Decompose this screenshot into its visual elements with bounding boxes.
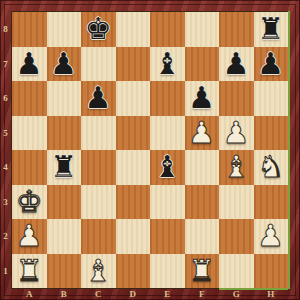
square-h3[interactable] <box>254 185 289 220</box>
square-f2[interactable] <box>185 219 220 254</box>
square-b2[interactable] <box>47 219 82 254</box>
white-pawn-f5[interactable]: ♟ <box>188 118 215 148</box>
square-c4[interactable] <box>81 150 116 185</box>
chess-board: ♚♜♟♟♝♟♟♟♟♟♟♜♝♝♞♚♟♟♜♝♜ <box>11 11 289 289</box>
square-c1[interactable]: ♝ <box>81 254 116 289</box>
square-b6[interactable] <box>47 81 82 116</box>
white-pawn-h2[interactable]: ♟ <box>257 221 284 251</box>
rank-label-5: 5 <box>0 116 11 151</box>
rank-label-7: 7 <box>0 47 11 82</box>
square-d3[interactable] <box>116 185 151 220</box>
square-e6[interactable] <box>150 81 185 116</box>
square-d8[interactable] <box>116 12 151 47</box>
square-d4[interactable] <box>116 150 151 185</box>
square-e7[interactable]: ♝ <box>150 47 185 82</box>
square-h5[interactable] <box>254 116 289 151</box>
white-king-a3[interactable]: ♚ <box>16 187 43 217</box>
file-label-e: E <box>150 289 185 300</box>
chess-board-frame: ♚♜♟♟♝♟♟♟♟♟♟♜♝♝♞♚♟♟♜♝♜ 87654321 ABCDEFGH <box>0 0 300 300</box>
black-rook-h8[interactable]: ♜ <box>257 14 284 44</box>
rank-label-6: 6 <box>0 81 11 116</box>
square-c3[interactable] <box>81 185 116 220</box>
file-label-h: H <box>254 289 289 300</box>
square-f5[interactable]: ♟ <box>185 116 220 151</box>
square-d7[interactable] <box>116 47 151 82</box>
white-knight-h4[interactable]: ♞ <box>257 152 284 182</box>
square-e8[interactable] <box>150 12 185 47</box>
square-e2[interactable] <box>150 219 185 254</box>
square-f1[interactable]: ♜ <box>185 254 220 289</box>
square-c7[interactable] <box>81 47 116 82</box>
rank-label-3: 3 <box>0 185 11 220</box>
black-king-c8[interactable]: ♚ <box>85 14 112 44</box>
square-b7[interactable]: ♟ <box>47 47 82 82</box>
square-g7[interactable]: ♟ <box>219 47 254 82</box>
square-c2[interactable] <box>81 219 116 254</box>
square-f6[interactable]: ♟ <box>185 81 220 116</box>
square-d1[interactable] <box>116 254 151 289</box>
square-b8[interactable] <box>47 12 82 47</box>
square-g3[interactable] <box>219 185 254 220</box>
square-d5[interactable] <box>116 116 151 151</box>
white-pawn-g5[interactable]: ♟ <box>223 118 250 148</box>
square-g8[interactable] <box>219 12 254 47</box>
square-e4[interactable]: ♝ <box>150 150 185 185</box>
square-h4[interactable]: ♞ <box>254 150 289 185</box>
file-label-g: G <box>219 289 254 300</box>
square-g2[interactable] <box>219 219 254 254</box>
square-a3[interactable]: ♚ <box>12 185 47 220</box>
black-pawn-f6[interactable]: ♟ <box>188 83 215 113</box>
square-a4[interactable] <box>12 150 47 185</box>
white-bishop-g4[interactable]: ♝ <box>223 152 250 182</box>
white-rook-a1[interactable]: ♜ <box>16 256 43 286</box>
file-label-c: C <box>81 289 116 300</box>
square-h6[interactable] <box>254 81 289 116</box>
square-h8[interactable]: ♜ <box>254 12 289 47</box>
square-h2[interactable]: ♟ <box>254 219 289 254</box>
square-b5[interactable] <box>47 116 82 151</box>
square-c6[interactable]: ♟ <box>81 81 116 116</box>
black-pawn-g7[interactable]: ♟ <box>223 49 250 79</box>
board-edge-accent-bottom <box>219 288 288 290</box>
black-pawn-b7[interactable]: ♟ <box>50 49 77 79</box>
square-c8[interactable]: ♚ <box>81 12 116 47</box>
black-rook-b4[interactable]: ♜ <box>50 152 77 182</box>
square-h1[interactable] <box>254 254 289 289</box>
black-bishop-e7[interactable]: ♝ <box>154 49 181 79</box>
black-pawn-c6[interactable]: ♟ <box>85 83 112 113</box>
square-b4[interactable]: ♜ <box>47 150 82 185</box>
square-g5[interactable]: ♟ <box>219 116 254 151</box>
square-a7[interactable]: ♟ <box>12 47 47 82</box>
square-a5[interactable] <box>12 116 47 151</box>
square-b3[interactable] <box>47 185 82 220</box>
file-label-a: A <box>12 289 47 300</box>
white-bishop-c1[interactable]: ♝ <box>85 256 112 286</box>
square-f4[interactable] <box>185 150 220 185</box>
file-label-d: D <box>116 289 151 300</box>
black-pawn-h7[interactable]: ♟ <box>257 49 284 79</box>
white-rook-f1[interactable]: ♜ <box>188 256 215 286</box>
square-a2[interactable]: ♟ <box>12 219 47 254</box>
rank-label-1: 1 <box>0 254 11 289</box>
square-d6[interactable] <box>116 81 151 116</box>
white-pawn-a2[interactable]: ♟ <box>16 221 43 251</box>
black-bishop-e4[interactable]: ♝ <box>154 152 181 182</box>
square-b1[interactable] <box>47 254 82 289</box>
board-grid: ♚♜♟♟♝♟♟♟♟♟♟♜♝♝♞♚♟♟♜♝♜ <box>12 12 288 288</box>
square-d2[interactable] <box>116 219 151 254</box>
board-edge-accent-right <box>288 11 290 289</box>
square-g4[interactable]: ♝ <box>219 150 254 185</box>
file-label-b: B <box>47 289 82 300</box>
file-label-f: F <box>185 289 220 300</box>
square-g1[interactable] <box>219 254 254 289</box>
square-e5[interactable] <box>150 116 185 151</box>
square-e1[interactable] <box>150 254 185 289</box>
rank-label-2: 2 <box>0 219 11 254</box>
square-c5[interactable] <box>81 116 116 151</box>
rank-label-4: 4 <box>0 150 11 185</box>
square-f7[interactable] <box>185 47 220 82</box>
square-f8[interactable] <box>185 12 220 47</box>
square-e3[interactable] <box>150 185 185 220</box>
square-f3[interactable] <box>185 185 220 220</box>
square-h7[interactable]: ♟ <box>254 47 289 82</box>
square-a8[interactable] <box>12 12 47 47</box>
rank-label-8: 8 <box>0 12 11 47</box>
black-pawn-a7[interactable]: ♟ <box>16 49 43 79</box>
square-a1[interactable]: ♜ <box>12 254 47 289</box>
square-a6[interactable] <box>12 81 47 116</box>
square-g6[interactable] <box>219 81 254 116</box>
